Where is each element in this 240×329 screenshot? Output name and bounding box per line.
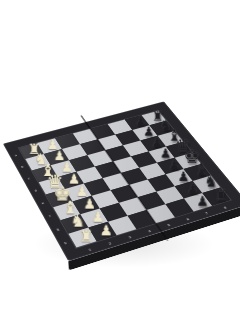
black-pawn-h7: ♟ xyxy=(192,194,213,208)
black-rook-h8: ♜ xyxy=(210,188,231,203)
chess-set-photo: ♜♟♟♜♞♟♟♞♝♟♟♝♛♟♟♛♚♟♟♚♝♟♟♝♞♟♟♞♜♟♟♜ 1234567… xyxy=(28,80,214,266)
white-pawn-h2: ♟ xyxy=(95,223,117,237)
board-frame: ♜♟♟♜♞♟♟♞♝♟♟♝♛♟♟♛♚♟♟♚♝♟♟♝♞♟♟♞♜♟♟♜ 1234567… xyxy=(3,102,240,262)
square-h7: ♟ xyxy=(184,193,212,211)
white-rook-h1: ♜ xyxy=(75,228,97,243)
